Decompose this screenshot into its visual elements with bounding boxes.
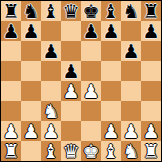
white-rook: ♜: [2, 141, 19, 161]
black-knight: ♞: [22, 1, 39, 21]
square-c2[interactable]: ♟: [41, 121, 61, 141]
square-h5[interactable]: [141, 61, 161, 81]
square-c4[interactable]: [41, 81, 61, 101]
square-e2[interactable]: [81, 121, 101, 141]
square-d4[interactable]: ♟: [61, 81, 81, 101]
square-b4[interactable]: [21, 81, 41, 101]
white-pawn: ♟: [42, 121, 59, 141]
black-bishop: ♝: [102, 1, 119, 21]
square-a1[interactable]: ♜: [1, 141, 21, 161]
black-pawn: ♟: [22, 21, 39, 41]
square-e7[interactable]: ♟: [81, 21, 101, 41]
square-a3[interactable]: [1, 101, 21, 121]
black-knight: ♞: [122, 1, 139, 21]
white-pawn: ♟: [62, 81, 79, 101]
black-rook: ♜: [2, 1, 19, 21]
square-f7[interactable]: ♟: [101, 21, 121, 41]
square-c6[interactable]: ♟: [41, 41, 61, 61]
square-f5[interactable]: [101, 61, 121, 81]
square-b7[interactable]: ♟: [21, 21, 41, 41]
square-g7[interactable]: [121, 21, 141, 41]
square-g8[interactable]: ♞: [121, 1, 141, 21]
square-c7[interactable]: [41, 21, 61, 41]
square-e3[interactable]: [81, 101, 101, 121]
square-e6[interactable]: [81, 41, 101, 61]
square-c5[interactable]: [41, 61, 61, 81]
white-pawn: ♟: [142, 121, 159, 141]
black-pawn: ♟: [42, 41, 59, 61]
white-pawn: ♟: [22, 121, 39, 141]
white-pawn: ♟: [102, 121, 119, 141]
square-b5[interactable]: [21, 61, 41, 81]
chess-board: ♜♞♝♛♚♝♞♜♟♟♟♟♟♟♟♟♟♟♞♟♟♟♟♟♟♜♝♛♚♝♞♜: [1, 1, 161, 161]
square-g3[interactable]: [121, 101, 141, 121]
square-h7[interactable]: ♟: [141, 21, 161, 41]
square-g2[interactable]: ♟: [121, 121, 141, 141]
white-bishop: ♝: [42, 141, 59, 161]
black-rook: ♜: [142, 1, 159, 21]
white-pawn: ♟: [2, 121, 19, 141]
chess-board-frame: ♜♞♝♛♚♝♞♜♟♟♟♟♟♟♟♟♟♟♞♟♟♟♟♟♟♜♝♛♚♝♞♜: [0, 0, 162, 162]
square-f6[interactable]: [101, 41, 121, 61]
square-a2[interactable]: ♟: [1, 121, 21, 141]
square-d5[interactable]: ♟: [61, 61, 81, 81]
square-f2[interactable]: ♟: [101, 121, 121, 141]
square-h4[interactable]: [141, 81, 161, 101]
square-b8[interactable]: ♞: [21, 1, 41, 21]
square-f8[interactable]: ♝: [101, 1, 121, 21]
black-pawn: ♟: [122, 41, 139, 61]
square-b1[interactable]: [21, 141, 41, 161]
square-h6[interactable]: [141, 41, 161, 61]
black-queen: ♛: [62, 1, 79, 21]
square-a5[interactable]: [1, 61, 21, 81]
black-pawn: ♟: [102, 21, 119, 41]
square-f4[interactable]: [101, 81, 121, 101]
square-c1[interactable]: ♝: [41, 141, 61, 161]
square-a6[interactable]: [1, 41, 21, 61]
square-d6[interactable]: [61, 41, 81, 61]
white-knight: ♞: [42, 101, 59, 121]
square-d7[interactable]: [61, 21, 81, 41]
square-d1[interactable]: ♛: [61, 141, 81, 161]
square-b2[interactable]: ♟: [21, 121, 41, 141]
square-f3[interactable]: [101, 101, 121, 121]
square-e8[interactable]: ♚: [81, 1, 101, 21]
square-d8[interactable]: ♛: [61, 1, 81, 21]
white-knight: ♞: [122, 141, 139, 161]
black-pawn: ♟: [142, 21, 159, 41]
square-e5[interactable]: [81, 61, 101, 81]
square-g5[interactable]: [121, 61, 141, 81]
black-pawn: ♟: [62, 61, 79, 81]
square-h3[interactable]: [141, 101, 161, 121]
white-rook: ♜: [142, 141, 159, 161]
square-d3[interactable]: [61, 101, 81, 121]
square-g4[interactable]: [121, 81, 141, 101]
square-g6[interactable]: ♟: [121, 41, 141, 61]
square-g1[interactable]: ♞: [121, 141, 141, 161]
square-a4[interactable]: [1, 81, 21, 101]
square-b3[interactable]: [21, 101, 41, 121]
square-h2[interactable]: ♟: [141, 121, 161, 141]
white-king: ♚: [82, 141, 99, 161]
black-pawn: ♟: [2, 21, 19, 41]
square-b6[interactable]: [21, 41, 41, 61]
square-a8[interactable]: ♜: [1, 1, 21, 21]
square-f1[interactable]: ♝: [101, 141, 121, 161]
black-king: ♚: [82, 1, 99, 21]
square-d2[interactable]: [61, 121, 81, 141]
black-bishop: ♝: [42, 1, 59, 21]
square-c3[interactable]: ♞: [41, 101, 61, 121]
square-h8[interactable]: ♜: [141, 1, 161, 21]
square-h1[interactable]: ♜: [141, 141, 161, 161]
black-pawn: ♟: [82, 21, 99, 41]
white-pawn: ♟: [82, 81, 99, 101]
white-bishop: ♝: [102, 141, 119, 161]
square-e4[interactable]: ♟: [81, 81, 101, 101]
square-c8[interactable]: ♝: [41, 1, 61, 21]
white-pawn: ♟: [122, 121, 139, 141]
white-queen: ♛: [62, 141, 79, 161]
square-e1[interactable]: ♚: [81, 141, 101, 161]
square-a7[interactable]: ♟: [1, 21, 21, 41]
